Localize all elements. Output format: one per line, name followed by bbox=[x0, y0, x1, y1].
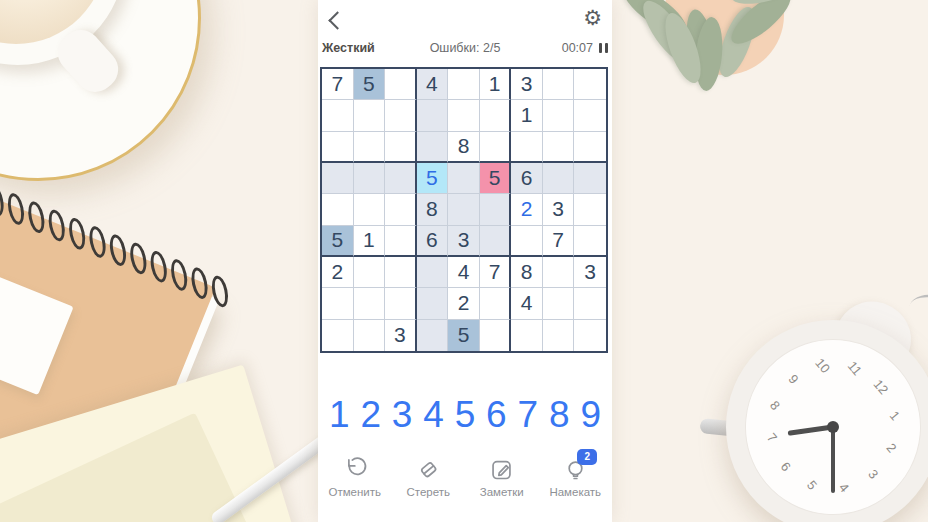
status-bar: Жесткий Ошибки: 2/5 00:07 bbox=[318, 41, 612, 57]
cell-r1c3[interactable] bbox=[385, 69, 417, 100]
cell-r4c5[interactable] bbox=[448, 163, 480, 194]
numpad-7[interactable]: 7 bbox=[518, 392, 539, 438]
cell-r9c1[interactable] bbox=[322, 320, 354, 351]
numpad-9[interactable]: 9 bbox=[580, 392, 601, 438]
hint-count-badge: 2 bbox=[577, 449, 597, 465]
cell-r8c4[interactable] bbox=[417, 288, 449, 319]
cell-r3c8[interactable] bbox=[543, 132, 575, 163]
cell-r3c5[interactable]: 8 bbox=[448, 132, 480, 163]
clock-number-7: 7 bbox=[759, 425, 784, 450]
cell-r8c7[interactable]: 4 bbox=[511, 288, 543, 319]
clock-number-1: 1 bbox=[881, 404, 906, 429]
cell-r2c7[interactable]: 1 bbox=[511, 100, 543, 131]
cell-r7c9[interactable]: 3 bbox=[574, 257, 606, 288]
alarm-clock: 123456789101112 bbox=[726, 320, 928, 522]
cell-r9c9[interactable] bbox=[574, 320, 606, 351]
cell-r8c2[interactable] bbox=[354, 288, 386, 319]
cell-r1c9[interactable] bbox=[574, 69, 606, 100]
notes-label: Заметки bbox=[480, 486, 524, 498]
cell-r4c2[interactable] bbox=[354, 163, 386, 194]
cell-r2c9[interactable] bbox=[574, 100, 606, 131]
cell-r1c8[interactable] bbox=[543, 69, 575, 100]
clock-number-11: 11 bbox=[842, 356, 867, 381]
cell-r5c2[interactable] bbox=[354, 194, 386, 225]
toolbar: Отменить Стереть Заметки bbox=[318, 456, 612, 498]
sudoku-board: 754131855682351637247832435 bbox=[320, 67, 608, 353]
cell-r9c6[interactable] bbox=[480, 320, 512, 351]
cell-r4c4[interactable]: 5 bbox=[417, 163, 449, 194]
undo-button[interactable]: Отменить bbox=[319, 456, 391, 498]
clock-number-8: 8 bbox=[762, 393, 787, 418]
cell-r1c5[interactable] bbox=[448, 69, 480, 100]
cell-r2c8[interactable] bbox=[543, 100, 575, 131]
hint-button[interactable]: 2 Намекать bbox=[539, 456, 611, 498]
cell-r6c4[interactable]: 6 bbox=[417, 226, 449, 257]
undo-label: Отменить bbox=[328, 486, 381, 498]
clock-number-9: 9 bbox=[780, 367, 805, 392]
cell-r5c1[interactable] bbox=[322, 194, 354, 225]
cell-r4c8[interactable] bbox=[543, 163, 575, 194]
cell-r5c8[interactable]: 3 bbox=[543, 194, 575, 225]
cell-r1c7[interactable]: 3 bbox=[511, 69, 543, 100]
cell-r2c6[interactable] bbox=[480, 100, 512, 131]
cell-r2c3[interactable] bbox=[385, 100, 417, 131]
numpad-1[interactable]: 1 bbox=[329, 392, 350, 438]
cell-r3c1[interactable] bbox=[322, 132, 354, 163]
cell-r7c2[interactable] bbox=[354, 257, 386, 288]
cell-r9c4[interactable] bbox=[417, 320, 449, 351]
cell-r2c1[interactable] bbox=[322, 100, 354, 131]
cell-r4c3[interactable] bbox=[385, 163, 417, 194]
cell-r6c7[interactable] bbox=[511, 226, 543, 257]
numpad-8[interactable]: 8 bbox=[549, 392, 570, 438]
notes-button[interactable]: Заметки bbox=[466, 456, 538, 498]
cell-r2c5[interactable] bbox=[448, 100, 480, 131]
cell-r6c5[interactable]: 3 bbox=[448, 226, 480, 257]
clock-number-2: 2 bbox=[879, 436, 904, 461]
cell-r4c7[interactable]: 6 bbox=[511, 163, 543, 194]
notes-icon bbox=[488, 456, 515, 483]
cell-r3c4[interactable] bbox=[417, 132, 449, 163]
cell-r7c5[interactable]: 4 bbox=[448, 257, 480, 288]
cell-r1c2[interactable]: 5 bbox=[354, 69, 386, 100]
cell-r3c6[interactable] bbox=[480, 132, 512, 163]
cell-r7c6[interactable]: 7 bbox=[480, 257, 512, 288]
cell-r8c3[interactable] bbox=[385, 288, 417, 319]
cell-r3c7[interactable] bbox=[511, 132, 543, 163]
cell-r6c9[interactable] bbox=[574, 226, 606, 257]
clock-center-cap bbox=[827, 421, 839, 433]
cell-r3c2[interactable] bbox=[354, 132, 386, 163]
cell-r5c4[interactable]: 8 bbox=[417, 194, 449, 225]
clock-number-3: 3 bbox=[860, 462, 885, 487]
cell-r8c6[interactable] bbox=[480, 288, 512, 319]
back-button[interactable] bbox=[328, 11, 346, 29]
pause-button[interactable] bbox=[599, 43, 608, 53]
cell-r2c4[interactable] bbox=[417, 100, 449, 131]
cell-r7c4[interactable] bbox=[417, 257, 449, 288]
cell-r1c4[interactable]: 4 bbox=[417, 69, 449, 100]
succulent-plant bbox=[612, 0, 802, 95]
numpad-3[interactable]: 3 bbox=[392, 392, 413, 438]
clock-number-6: 6 bbox=[773, 454, 798, 479]
cell-r8c1[interactable] bbox=[322, 288, 354, 319]
cell-r4c9[interactable] bbox=[574, 163, 606, 194]
clock-minute-hand bbox=[831, 427, 835, 493]
cell-r6c2[interactable]: 1 bbox=[354, 226, 386, 257]
hint-label: Намекать bbox=[549, 486, 601, 498]
clock-number-10: 10 bbox=[810, 353, 835, 378]
cell-r8c9[interactable] bbox=[574, 288, 606, 319]
number-pad: 123456789 bbox=[318, 392, 612, 438]
cell-r6c6[interactable] bbox=[480, 226, 512, 257]
clock-number-5: 5 bbox=[799, 473, 824, 498]
cell-r8c8[interactable] bbox=[543, 288, 575, 319]
undo-icon bbox=[341, 456, 368, 483]
cell-r6c8[interactable]: 7 bbox=[543, 226, 575, 257]
cell-r4c6[interactable]: 5 bbox=[480, 163, 512, 194]
cell-r8c5[interactable]: 2 bbox=[448, 288, 480, 319]
eraser-icon bbox=[415, 456, 442, 483]
cell-r3c3[interactable] bbox=[385, 132, 417, 163]
cell-r9c2[interactable] bbox=[354, 320, 386, 351]
desktop-background: 123456789101112 ⚙ Жесткий Ошибки: 2/5 00… bbox=[0, 0, 928, 522]
numpad-4[interactable]: 4 bbox=[423, 392, 444, 438]
erase-button[interactable]: Стереть bbox=[392, 456, 464, 498]
cell-r9c8[interactable] bbox=[543, 320, 575, 351]
timer: 00:07 bbox=[562, 41, 593, 55]
cell-r7c3[interactable] bbox=[385, 257, 417, 288]
sudoku-app-panel: ⚙ Жесткий Ошибки: 2/5 00:07 754131855682… bbox=[318, 0, 612, 522]
cell-r6c1[interactable]: 5 bbox=[322, 226, 354, 257]
cell-r5c3[interactable] bbox=[385, 194, 417, 225]
cell-r7c8[interactable] bbox=[543, 257, 575, 288]
cell-r1c1[interactable]: 7 bbox=[322, 69, 354, 100]
cell-r7c1[interactable]: 2 bbox=[322, 257, 354, 288]
cell-r5c5[interactable] bbox=[448, 194, 480, 225]
cell-r4c1[interactable] bbox=[322, 163, 354, 194]
cell-r9c3[interactable]: 3 bbox=[385, 320, 417, 351]
erase-label: Стереть bbox=[406, 486, 450, 498]
cell-r5c7[interactable]: 2 bbox=[511, 194, 543, 225]
cell-r1c6[interactable]: 1 bbox=[480, 69, 512, 100]
cell-r2c2[interactable] bbox=[354, 100, 386, 131]
numpad-6[interactable]: 6 bbox=[486, 392, 507, 438]
numpad-5[interactable]: 5 bbox=[455, 392, 476, 438]
cell-r6c3[interactable] bbox=[385, 226, 417, 257]
clock-number-12: 12 bbox=[868, 374, 893, 399]
cell-r7c7[interactable]: 8 bbox=[511, 257, 543, 288]
cell-r9c7[interactable] bbox=[511, 320, 543, 351]
cell-r5c9[interactable] bbox=[574, 194, 606, 225]
numpad-2[interactable]: 2 bbox=[360, 392, 381, 438]
cell-r9c5[interactable]: 5 bbox=[448, 320, 480, 351]
cell-r5c6[interactable] bbox=[480, 194, 512, 225]
settings-gear-icon[interactable]: ⚙ bbox=[583, 6, 602, 30]
cell-r3c9[interactable] bbox=[574, 132, 606, 163]
